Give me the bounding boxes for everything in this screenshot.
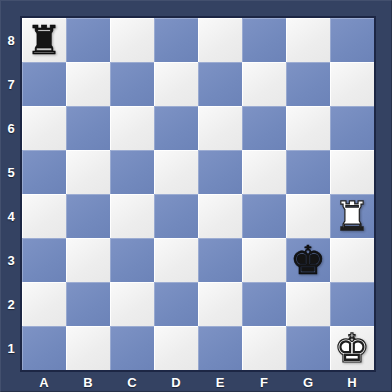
square-f4[interactable] — [242, 194, 286, 238]
square-e7[interactable] — [198, 62, 242, 106]
square-h1[interactable]: ♚ — [330, 326, 374, 370]
square-g3[interactable]: ♚ — [286, 238, 330, 282]
rank-label-3: 3 — [0, 238, 22, 282]
file-label-c: C — [110, 372, 154, 392]
square-e2[interactable] — [198, 282, 242, 326]
square-b2[interactable] — [66, 282, 110, 326]
white-king-h1[interactable]: ♚ — [334, 326, 370, 370]
file-label-h: H — [330, 372, 374, 392]
file-label-f: F — [242, 372, 286, 392]
square-c3[interactable] — [110, 238, 154, 282]
rank-label-4: 4 — [0, 194, 22, 238]
square-e5[interactable] — [198, 150, 242, 194]
square-e3[interactable] — [198, 238, 242, 282]
square-d1[interactable] — [154, 326, 198, 370]
square-b4[interactable] — [66, 194, 110, 238]
square-a2[interactable] — [22, 282, 66, 326]
file-label-e: E — [198, 372, 242, 392]
square-e8[interactable] — [198, 18, 242, 62]
rank-label-1: 1 — [0, 326, 22, 370]
square-c8[interactable] — [110, 18, 154, 62]
black-king-g3[interactable]: ♚ — [290, 238, 326, 282]
square-b1[interactable] — [66, 326, 110, 370]
square-h6[interactable] — [330, 106, 374, 150]
square-c2[interactable] — [110, 282, 154, 326]
square-d8[interactable] — [154, 18, 198, 62]
square-h7[interactable] — [330, 62, 374, 106]
file-label-d: D — [154, 372, 198, 392]
square-f8[interactable] — [242, 18, 286, 62]
square-c4[interactable] — [110, 194, 154, 238]
square-g7[interactable] — [286, 62, 330, 106]
square-d4[interactable] — [154, 194, 198, 238]
square-f1[interactable] — [242, 326, 286, 370]
square-b8[interactable] — [66, 18, 110, 62]
file-label-a: A — [22, 372, 66, 392]
rank-label-6: 6 — [0, 106, 22, 150]
square-b7[interactable] — [66, 62, 110, 106]
square-g1[interactable] — [286, 326, 330, 370]
file-label-b: B — [66, 372, 110, 392]
square-g5[interactable] — [286, 150, 330, 194]
square-a5[interactable] — [22, 150, 66, 194]
square-a1[interactable] — [22, 326, 66, 370]
square-b5[interactable] — [66, 150, 110, 194]
square-e6[interactable] — [198, 106, 242, 150]
square-a6[interactable] — [22, 106, 66, 150]
square-c6[interactable] — [110, 106, 154, 150]
rank-label-2: 2 — [0, 282, 22, 326]
square-a7[interactable] — [22, 62, 66, 106]
square-d7[interactable] — [154, 62, 198, 106]
square-b6[interactable] — [66, 106, 110, 150]
square-e1[interactable] — [198, 326, 242, 370]
square-g4[interactable] — [286, 194, 330, 238]
square-g6[interactable] — [286, 106, 330, 150]
square-f5[interactable] — [242, 150, 286, 194]
square-c1[interactable] — [110, 326, 154, 370]
square-f3[interactable] — [242, 238, 286, 282]
square-a3[interactable] — [22, 238, 66, 282]
square-g8[interactable] — [286, 18, 330, 62]
square-a4[interactable] — [22, 194, 66, 238]
square-f7[interactable] — [242, 62, 286, 106]
chess-board[interactable]: ♜♜♚♚ — [22, 18, 374, 370]
file-label-g: G — [286, 372, 330, 392]
square-f6[interactable] — [242, 106, 286, 150]
square-h8[interactable] — [330, 18, 374, 62]
square-d6[interactable] — [154, 106, 198, 150]
rank-label-7: 7 — [0, 62, 22, 106]
square-g2[interactable] — [286, 282, 330, 326]
square-h3[interactable] — [330, 238, 374, 282]
square-c5[interactable] — [110, 150, 154, 194]
square-h5[interactable] — [330, 150, 374, 194]
black-rook-a8[interactable]: ♜ — [26, 18, 62, 62]
chess-diagram: 87654321 ♜♜♚♚ ABCDEFGH — [0, 0, 392, 392]
rank-labels: 87654321 — [0, 18, 22, 370]
square-a8[interactable]: ♜ — [22, 18, 66, 62]
file-labels: ABCDEFGH — [22, 372, 374, 392]
square-b3[interactable] — [66, 238, 110, 282]
white-rook-h4[interactable]: ♜ — [334, 194, 370, 238]
square-f2[interactable] — [242, 282, 286, 326]
square-d2[interactable] — [154, 282, 198, 326]
square-h2[interactable] — [330, 282, 374, 326]
rank-label-5: 5 — [0, 150, 22, 194]
square-d3[interactable] — [154, 238, 198, 282]
square-c7[interactable] — [110, 62, 154, 106]
square-h4[interactable]: ♜ — [330, 194, 374, 238]
rank-label-8: 8 — [0, 18, 22, 62]
square-e4[interactable] — [198, 194, 242, 238]
square-d5[interactable] — [154, 150, 198, 194]
